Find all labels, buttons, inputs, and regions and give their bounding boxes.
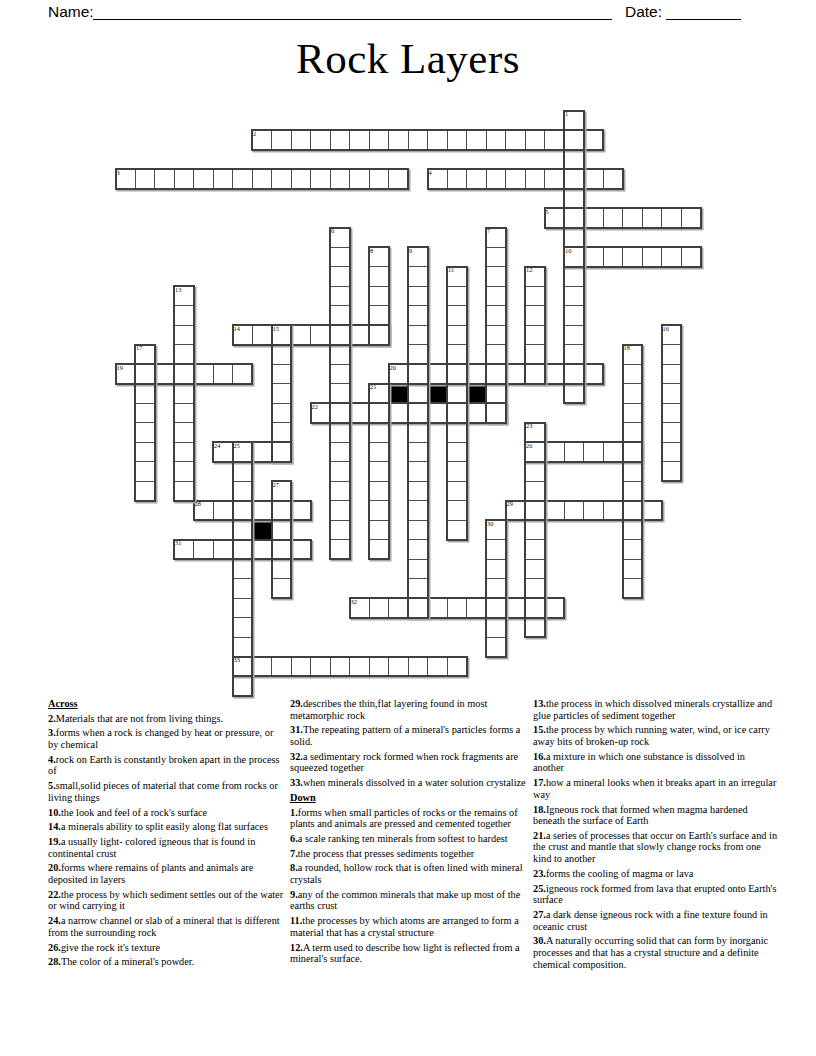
grid-cell[interactable] [291, 656, 312, 677]
clue-text: a minerals ability to split easily along… [61, 821, 268, 832]
grid-cell[interactable] [447, 364, 468, 385]
grid-cell[interactable] [174, 539, 195, 560]
grid-cell[interactable] [544, 130, 565, 151]
grid-cell[interactable] [174, 286, 195, 307]
grid-cell[interactable] [544, 364, 565, 385]
grid-cell[interactable] [525, 364, 546, 385]
grid-cell[interactable] [447, 481, 468, 502]
grid-cell[interactable] [661, 325, 682, 346]
grid-cell[interactable] [291, 130, 312, 151]
grid-cell[interactable] [427, 364, 448, 385]
grid-cell[interactable] [564, 305, 585, 326]
grid-cell[interactable] [622, 208, 643, 229]
grid-cell[interactable] [622, 403, 643, 424]
grid-cell[interactable] [232, 169, 253, 190]
grid-cell[interactable] [525, 520, 546, 541]
grid-cell[interactable] [408, 578, 429, 599]
grid-cell[interactable] [622, 247, 643, 268]
grid-cell[interactable] [564, 247, 585, 268]
grid-cell[interactable] [486, 598, 507, 619]
grid-cell[interactable] [349, 325, 370, 346]
grid-cell[interactable] [369, 520, 390, 541]
grid-cell[interactable] [291, 169, 312, 190]
grid-cell[interactable] [583, 130, 604, 151]
grid-cell[interactable] [486, 227, 507, 248]
grid-cell[interactable] [330, 325, 351, 346]
grid-cell[interactable] [564, 364, 585, 385]
grid-cell[interactable] [330, 539, 351, 560]
grid-cell[interactable] [174, 422, 195, 443]
grid-cell[interactable] [525, 266, 546, 287]
grid-cell[interactable] [310, 325, 331, 346]
grid-cell[interactable] [525, 305, 546, 326]
grid-cell[interactable] [622, 422, 643, 443]
grid-cell[interactable] [232, 656, 253, 677]
grid-cell[interactable] [232, 364, 253, 385]
grid-cell[interactable] [135, 442, 156, 463]
grid-cell[interactable] [330, 481, 351, 502]
grid-cell[interactable] [369, 442, 390, 463]
grid-cell[interactable] [544, 598, 565, 619]
grid-cell[interactable] [486, 403, 507, 424]
grid-cell[interactable] [369, 305, 390, 326]
grid-cell[interactable] [564, 266, 585, 287]
grid-cell[interactable] [525, 130, 546, 151]
grid-cell[interactable] [661, 442, 682, 463]
grid-cell[interactable] [408, 442, 429, 463]
grid-cell[interactable] [525, 500, 546, 521]
grid-cell[interactable] [174, 169, 195, 190]
grid-cell[interactable] [310, 130, 331, 151]
grid-cell[interactable] [232, 500, 253, 521]
grid-cell[interactable] [447, 422, 468, 443]
grid-cell[interactable] [369, 403, 390, 424]
grid-cell[interactable] [427, 130, 448, 151]
grid-cell[interactable] [525, 598, 546, 619]
grid-cell[interactable] [369, 169, 390, 190]
grid-cell[interactable] [291, 539, 312, 560]
grid-cell[interactable] [564, 383, 585, 404]
grid-cell[interactable] [135, 403, 156, 424]
grid-cell[interactable] [466, 403, 487, 424]
grid-cell[interactable] [252, 539, 273, 560]
grid-cell[interactable] [447, 500, 468, 521]
grid-cell[interactable] [622, 344, 643, 365]
grid-cell[interactable] [408, 383, 429, 404]
grid-cell[interactable] [369, 481, 390, 502]
grid-cell[interactable] [115, 364, 136, 385]
grid-cell[interactable] [622, 383, 643, 404]
grid-cell[interactable] [174, 481, 195, 502]
grid-cell[interactable] [408, 130, 429, 151]
grid-cell[interactable] [525, 617, 546, 638]
grid-cell[interactable] [505, 130, 526, 151]
grid-cell[interactable] [583, 364, 604, 385]
grid-cell[interactable] [525, 578, 546, 599]
grid-cell[interactable] [525, 325, 546, 346]
grid-cell[interactable] [232, 637, 253, 658]
grid-cell[interactable] [544, 442, 565, 463]
grid-cell[interactable] [330, 227, 351, 248]
grid-cell[interactable] [232, 539, 253, 560]
grid-cell[interactable] [330, 169, 351, 190]
grid-cell[interactable] [447, 325, 468, 346]
grid-cell[interactable] [447, 266, 468, 287]
grid-cell[interactable] [174, 383, 195, 404]
grid-cell[interactable] [505, 169, 526, 190]
grid-cell[interactable] [349, 130, 370, 151]
grid-cell[interactable] [232, 578, 253, 599]
grid-cell[interactable] [232, 598, 253, 619]
grid-cell[interactable] [271, 520, 292, 541]
grid-cell[interactable] [622, 364, 643, 385]
grid-cell[interactable] [174, 344, 195, 365]
grid-cell[interactable] [252, 169, 273, 190]
grid-cell[interactable] [232, 559, 253, 580]
grid-cell[interactable] [642, 500, 663, 521]
grid-cell[interactable] [330, 130, 351, 151]
grid-cell[interactable] [447, 383, 468, 404]
grid-cell[interactable] [466, 169, 487, 190]
grid-cell[interactable] [525, 422, 546, 443]
grid-cell[interactable] [369, 130, 390, 151]
grid-cell[interactable] [369, 500, 390, 521]
grid-cell[interactable] [330, 461, 351, 482]
grid-cell[interactable] [291, 325, 312, 346]
grid-cell[interactable] [271, 539, 292, 560]
grid-cell[interactable] [349, 403, 370, 424]
grid-cell[interactable] [330, 422, 351, 443]
grid-cell[interactable] [681, 247, 702, 268]
grid-cell[interactable] [408, 520, 429, 541]
grid-cell[interactable] [447, 305, 468, 326]
grid-cell[interactable] [525, 539, 546, 560]
grid-cell[interactable] [486, 364, 507, 385]
grid-cell[interactable] [427, 598, 448, 619]
grid-cell[interactable] [466, 130, 487, 151]
grid-cell[interactable] [505, 598, 526, 619]
grid-cell[interactable] [193, 500, 214, 521]
grid-cell[interactable] [408, 344, 429, 365]
grid-cell[interactable] [271, 578, 292, 599]
grid-cell[interactable] [564, 227, 585, 248]
grid-cell[interactable] [564, 442, 585, 463]
name-field[interactable] [93, 19, 612, 20]
grid-cell[interactable] [661, 344, 682, 365]
grid-cell[interactable] [135, 481, 156, 502]
clue-text: forms the cooling of magma or lava [546, 868, 694, 879]
grid-cell[interactable] [408, 325, 429, 346]
grid-cell[interactable] [544, 208, 565, 229]
grid-cell[interactable] [447, 169, 468, 190]
grid-cell[interactable] [330, 364, 351, 385]
grid-cell[interactable] [564, 344, 585, 365]
grid-cell[interactable] [661, 208, 682, 229]
grid-cell[interactable] [213, 364, 234, 385]
grid-cell[interactable] [388, 169, 409, 190]
grid-cell[interactable] [154, 169, 175, 190]
grid-cell[interactable] [310, 403, 331, 424]
grid-cell[interactable] [486, 637, 507, 658]
grid-cell[interactable] [213, 500, 234, 521]
grid-cell[interactable] [271, 344, 292, 365]
grid-cell[interactable] [603, 500, 624, 521]
grid-cell[interactable] [271, 130, 292, 151]
grid-cell[interactable] [486, 617, 507, 638]
grid-cell[interactable] [447, 286, 468, 307]
grid-cell[interactable] [330, 344, 351, 365]
grid-cell[interactable] [622, 442, 643, 463]
grid-cell[interactable] [564, 500, 585, 521]
grid-cell[interactable] [271, 442, 292, 463]
grid-cell[interactable] [213, 169, 234, 190]
date-field[interactable] [666, 19, 741, 20]
grid-cell[interactable] [525, 481, 546, 502]
grid-cell[interactable] [291, 500, 312, 521]
grid-cell[interactable] [661, 247, 682, 268]
grid-cell[interactable] [583, 500, 604, 521]
grid-cell[interactable] [330, 403, 351, 424]
grid-cell[interactable] [408, 559, 429, 580]
grid-cell[interactable] [330, 520, 351, 541]
grid-cell[interactable] [174, 305, 195, 326]
grid-cell[interactable] [135, 364, 156, 385]
grid-cell[interactable] [135, 383, 156, 404]
grid-cell[interactable] [369, 656, 390, 677]
grid-cell[interactable] [525, 169, 546, 190]
grid-cell[interactable] [486, 286, 507, 307]
grid-cell[interactable] [564, 149, 585, 170]
grid-cell[interactable] [564, 169, 585, 190]
grid-cell[interactable] [447, 461, 468, 482]
grid-cell[interactable] [564, 130, 585, 151]
grid-cell[interactable] [525, 442, 546, 463]
grid-cell[interactable] [583, 442, 604, 463]
grid-cell[interactable] [583, 169, 604, 190]
grid-cell[interactable] [603, 442, 624, 463]
grid-cell[interactable] [661, 364, 682, 385]
grid-cell[interactable] [525, 286, 546, 307]
grid-cell[interactable] [252, 325, 273, 346]
grid-cell[interactable] [408, 286, 429, 307]
grid-cell[interactable] [349, 656, 370, 677]
grid-cell[interactable] [330, 656, 351, 677]
grid-cell[interactable] [525, 461, 546, 482]
grid-cell[interactable] [408, 305, 429, 326]
grid-cell[interactable] [642, 247, 663, 268]
grid-cell[interactable] [408, 481, 429, 502]
grid-cell[interactable] [622, 461, 643, 482]
grid-cell[interactable] [330, 266, 351, 287]
grid-cell[interactable] [525, 344, 546, 365]
grid-cell[interactable] [174, 364, 195, 385]
grid-cell[interactable] [408, 500, 429, 521]
grid-cell[interactable] [486, 559, 507, 580]
grid-cell[interactable] [486, 266, 507, 287]
grid-cell[interactable] [661, 422, 682, 443]
grid-cell[interactable] [271, 422, 292, 443]
clue-text: The repeating pattern of a mineral's par… [290, 724, 520, 747]
grid-cell[interactable] [661, 383, 682, 404]
grid-cell[interactable] [232, 676, 253, 697]
grid-cell[interactable] [564, 325, 585, 346]
grid-cell[interactable] [447, 403, 468, 424]
grid-cell[interactable] [271, 500, 292, 521]
grid-cell[interactable] [330, 383, 351, 404]
grid-cell[interactable] [271, 481, 292, 502]
grid-cell[interactable] [622, 500, 643, 521]
grid-cell[interactable] [486, 305, 507, 326]
grid-cell[interactable] [486, 130, 507, 151]
grid-cell[interactable] [622, 559, 643, 580]
grid-cell[interactable] [583, 208, 604, 229]
grid-cell[interactable] [369, 286, 390, 307]
grid-cell[interactable] [642, 208, 663, 229]
grid-cell[interactable] [369, 266, 390, 287]
grid-cell[interactable] [369, 247, 390, 268]
grid-cell[interactable] [564, 188, 585, 209]
grid-cell[interactable] [135, 344, 156, 365]
grid-cell[interactable] [427, 403, 448, 424]
grid-cell[interactable] [369, 461, 390, 482]
grid-cell[interactable] [193, 539, 214, 560]
grid-cell[interactable] [486, 578, 507, 599]
grid-cell[interactable] [193, 169, 214, 190]
grid-cell[interactable] [154, 364, 175, 385]
grid-cell[interactable] [408, 461, 429, 482]
grid-cell[interactable] [135, 461, 156, 482]
grid-cell[interactable] [232, 325, 253, 346]
grid-cell[interactable] [271, 403, 292, 424]
grid-cell[interactable] [115, 169, 136, 190]
grid-cell[interactable] [330, 305, 351, 326]
grid-cell[interactable] [369, 325, 390, 346]
grid-cell[interactable] [544, 500, 565, 521]
grid-cell[interactable] [505, 364, 526, 385]
grid-cell[interactable] [369, 598, 390, 619]
grid-cell[interactable] [505, 500, 526, 521]
grid-cell[interactable] [369, 383, 390, 404]
grid-cell[interactable] [486, 520, 507, 541]
grid-cell[interactable] [388, 130, 409, 151]
grid-cell[interactable] [252, 500, 273, 521]
grid-cell[interactable] [252, 442, 273, 463]
grid-cell[interactable] [486, 247, 507, 268]
grid-cell[interactable] [408, 364, 429, 385]
grid-cell[interactable] [486, 169, 507, 190]
grid-cell[interactable] [349, 169, 370, 190]
grid-cell[interactable] [388, 598, 409, 619]
grid-cell[interactable] [388, 656, 409, 677]
grid-cell[interactable] [466, 364, 487, 385]
grid-cell[interactable] [213, 539, 234, 560]
grid-cell[interactable] [408, 422, 429, 443]
grid-cell[interactable] [232, 481, 253, 502]
grid-cell[interactable] [486, 344, 507, 365]
grid-cell[interactable] [408, 247, 429, 268]
grid-cell[interactable] [369, 422, 390, 443]
grid-cell[interactable] [232, 461, 253, 482]
grid-cell[interactable] [661, 403, 682, 424]
grid-cell[interactable] [388, 403, 409, 424]
grid-cell[interactable] [330, 247, 351, 268]
grid-cell[interactable] [447, 656, 468, 677]
grid-cell[interactable] [603, 247, 624, 268]
grid-cell[interactable] [681, 208, 702, 229]
grid-cell[interactable] [388, 364, 409, 385]
grid-cell[interactable] [583, 247, 604, 268]
grid-cell[interactable] [427, 169, 448, 190]
grid-cell[interactable] [232, 520, 253, 541]
grid-cell[interactable] [252, 656, 273, 677]
grid-cell[interactable] [622, 539, 643, 560]
grid-cell[interactable] [622, 520, 643, 541]
grid-cell[interactable] [622, 481, 643, 502]
grid-cell[interactable] [271, 325, 292, 346]
grid-cell[interactable] [330, 500, 351, 521]
grid-cell[interactable] [486, 383, 507, 404]
grid-cell[interactable] [427, 656, 448, 677]
grid-cell[interactable] [330, 442, 351, 463]
grid-cell[interactable] [174, 442, 195, 463]
grid-cell[interactable] [408, 539, 429, 560]
grid-cell[interactable] [564, 110, 585, 131]
grid-cell[interactable] [408, 403, 429, 424]
grid-cell[interactable] [135, 169, 156, 190]
grid-cell[interactable] [213, 442, 234, 463]
grid-cell[interactable] [525, 559, 546, 580]
grid-cell[interactable] [564, 208, 585, 229]
grid-cell[interactable] [661, 461, 682, 482]
grid-cell[interactable] [603, 208, 624, 229]
grid-cell[interactable] [174, 461, 195, 482]
grid-cell[interactable] [271, 559, 292, 580]
grid-cell[interactable] [369, 539, 390, 560]
grid-cell[interactable] [408, 598, 429, 619]
grid-cell[interactable] [174, 325, 195, 346]
grid-cell[interactable] [310, 169, 331, 190]
grid-cell[interactable] [544, 169, 565, 190]
grid-cell[interactable] [174, 403, 195, 424]
grid-cell[interactable] [408, 656, 429, 677]
grid-cell[interactable] [271, 169, 292, 190]
grid-cell[interactable] [486, 325, 507, 346]
grid-cell[interactable] [310, 656, 331, 677]
grid-cell[interactable] [232, 442, 253, 463]
grid-cell[interactable] [271, 364, 292, 385]
grid-cell[interactable] [564, 286, 585, 307]
grid-cell[interactable] [232, 617, 253, 638]
grid-cell[interactable] [466, 598, 487, 619]
grid-cell[interactable] [447, 442, 468, 463]
grid-cell[interactable] [447, 598, 468, 619]
grid-cell[interactable] [330, 286, 351, 307]
grid-cell[interactable] [135, 422, 156, 443]
grid-cell[interactable] [447, 130, 468, 151]
grid-cell[interactable] [193, 364, 214, 385]
grid-cell[interactable] [408, 266, 429, 287]
clue-text: give the rock it's texture [61, 942, 160, 953]
grid-cell[interactable] [622, 578, 643, 599]
grid-cell[interactable] [603, 169, 624, 190]
grid-cell[interactable] [271, 383, 292, 404]
grid-cell[interactable] [447, 344, 468, 365]
grid-cell[interactable] [349, 598, 370, 619]
grid-cell[interactable] [486, 539, 507, 560]
grid-cell[interactable] [252, 130, 273, 151]
grid-cell[interactable] [271, 656, 292, 677]
grid-cell[interactable] [447, 520, 468, 541]
